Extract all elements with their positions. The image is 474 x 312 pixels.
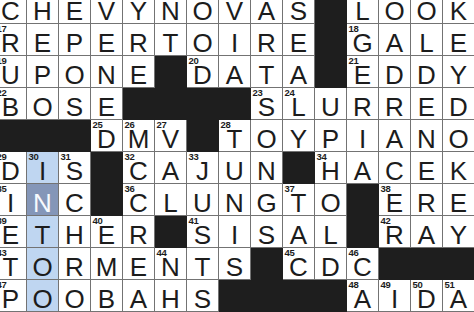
cell-letter: A — [219, 62, 250, 88]
cell-r5c8[interactable]: 28T — [219, 120, 251, 152]
cell-letter: R — [123, 222, 154, 248]
cell-r1c7[interactable]: O — [187, 0, 219, 24]
cell-r2c2[interactable]: E — [27, 24, 59, 56]
cell-letter: C — [59, 190, 90, 216]
cell-r9c1[interactable]: 43T — [0, 248, 27, 280]
black-cell-r4c6 — [155, 88, 187, 120]
cell-r10c14[interactable]: 50D — [411, 280, 443, 312]
clue-number-32: 32 — [125, 152, 135, 162]
cell-r2c8[interactable]: I — [219, 24, 251, 56]
cell-r5c5[interactable]: 26M — [123, 120, 155, 152]
cell-letter: O — [187, 30, 218, 56]
cell-letter: P — [0, 286, 26, 312]
cell-letter: S — [187, 286, 218, 312]
cell-r6c12[interactable]: A — [347, 152, 379, 184]
cell-letter: E — [91, 94, 122, 120]
cell-letter: R — [379, 94, 410, 120]
clue-number-35: 35 — [0, 184, 6, 194]
cell-letter: O — [27, 254, 58, 280]
cell-letter: L — [155, 190, 186, 216]
cell-r1c14[interactable]: O — [411, 0, 443, 24]
cell-r4c1[interactable]: 22B — [0, 88, 27, 120]
cell-r4c2[interactable]: O — [27, 88, 59, 120]
cell-r1c5[interactable]: Y — [123, 0, 155, 24]
cell-letter: R — [379, 222, 410, 248]
cell-letter: E — [283, 30, 314, 56]
cell-r8c5[interactable]: R — [123, 216, 155, 248]
cell-r7c3[interactable]: C — [59, 184, 91, 216]
clue-number-14: 14 — [0, 0, 6, 2]
cell-letter: R — [59, 254, 90, 280]
black-cell-r3c11 — [315, 56, 347, 88]
cell-letter: K — [443, 158, 474, 184]
cell-r8c3[interactable]: H — [59, 216, 91, 248]
cell-letter: C — [0, 0, 26, 24]
cell-r10c4[interactable]: B — [91, 280, 123, 312]
clue-number-37: 37 — [285, 184, 295, 194]
clue-number-23: 23 — [253, 88, 263, 98]
cell-letter: R — [347, 94, 378, 120]
cell-r5c13[interactable]: A — [379, 120, 411, 152]
cell-letter: N — [155, 0, 186, 24]
cell-letter: S — [283, 0, 314, 24]
cell-letter: E — [123, 254, 154, 280]
cell-r8c2[interactable]: T — [27, 216, 59, 248]
cell-letter: O — [251, 126, 282, 152]
cell-r7c7[interactable]: U — [187, 184, 219, 216]
clue-number-36: 36 — [125, 184, 135, 194]
cell-letter: L — [283, 94, 314, 120]
cell-r9c5[interactable]: E — [123, 248, 155, 280]
cell-letter: A — [379, 30, 410, 56]
cell-letter: N — [251, 158, 282, 184]
cell-r1c8[interactable]: V — [219, 0, 251, 24]
cell-letter: A — [379, 126, 410, 152]
cell-letter: J — [187, 158, 218, 184]
cell-r7c6[interactable]: L — [155, 184, 187, 216]
clue-number-15: 15 — [285, 0, 295, 2]
cell-r8c4[interactable]: 40E — [91, 216, 123, 248]
cell-r3c10[interactable]: A — [283, 56, 315, 88]
cell-letter: D — [411, 62, 442, 88]
cell-r1c13[interactable]: O — [379, 0, 411, 24]
black-cell-r4c8 — [219, 88, 251, 120]
clue-number-18: 18 — [349, 24, 359, 34]
cell-r4c14[interactable]: E — [411, 88, 443, 120]
cell-r6c14[interactable]: E — [411, 152, 443, 184]
cell-r9c12[interactable]: 46C — [347, 248, 379, 280]
cell-r10c6[interactable]: H — [155, 280, 187, 312]
clue-number-25: 25 — [93, 120, 103, 130]
cell-r3c9[interactable]: T — [251, 56, 283, 88]
cell-letter: E — [379, 190, 410, 216]
cell-letter: P — [27, 62, 58, 88]
clue-number-50: 50 — [413, 280, 423, 290]
cell-letter: K — [443, 0, 474, 24]
cell-r7c10[interactable]: 37T — [283, 184, 315, 216]
cell-letter: H — [27, 0, 58, 24]
clue-number-45: 45 — [285, 248, 295, 258]
cell-r7c14[interactable]: R — [411, 184, 443, 216]
cell-letter: D — [187, 62, 218, 88]
black-cell-r5c7 — [187, 120, 219, 152]
cell-r8c11[interactable]: L — [315, 216, 347, 248]
cell-r8c8[interactable]: I — [219, 216, 251, 248]
clue-number-24: 24 — [285, 88, 295, 98]
cell-r1c6[interactable]: N — [155, 0, 187, 24]
cell-letter: S — [251, 94, 282, 120]
cell-letter: G — [251, 190, 282, 216]
cell-letter: T — [27, 222, 58, 248]
cell-letter: D — [0, 158, 26, 184]
cell-r8c10[interactable]: A — [283, 216, 315, 248]
black-cell-r5c1 — [0, 120, 27, 152]
cell-letter: E — [443, 30, 474, 56]
cell-r4c9[interactable]: 23S — [251, 88, 283, 120]
cell-r5c11[interactable]: P — [315, 120, 347, 152]
cell-letter: A — [347, 158, 378, 184]
cell-r4c11[interactable]: U — [315, 88, 347, 120]
cell-r9c2[interactable]: O — [27, 248, 59, 280]
cell-letter: B — [0, 94, 26, 120]
cell-letter: A — [123, 286, 154, 312]
cell-r4c10[interactable]: 24L — [283, 88, 315, 120]
black-cell-r4c7 — [187, 88, 219, 120]
clue-number-29: 29 — [0, 152, 6, 162]
clue-number-47: 47 — [0, 280, 6, 290]
cell-r6c9[interactable]: N — [251, 152, 283, 184]
cell-r5c14[interactable]: N — [411, 120, 443, 152]
cell-r10c3[interactable]: O — [59, 280, 91, 312]
cell-r2c6[interactable]: T — [155, 24, 187, 56]
cell-r9c10[interactable]: 45C — [283, 248, 315, 280]
cell-r2c5[interactable]: R — [123, 24, 155, 56]
cell-letter: A — [347, 286, 378, 312]
clue-number-39: 39 — [0, 216, 6, 226]
cell-letter: R — [123, 30, 154, 56]
cell-letter: T — [0, 254, 26, 280]
clue-number-21: 21 — [349, 56, 359, 66]
clue-number-34: 34 — [317, 152, 327, 162]
cell-letter: E — [411, 158, 442, 184]
cell-r3c4[interactable]: N — [91, 56, 123, 88]
cell-letter: S — [59, 158, 90, 184]
cell-letter: S — [187, 222, 218, 248]
black-cell-r7c12 — [347, 184, 379, 216]
cell-r10c7[interactable]: S — [187, 280, 219, 312]
cell-r2c13[interactable]: A — [379, 24, 411, 56]
cell-letter: H — [315, 158, 346, 184]
cell-r2c3[interactable]: P — [59, 24, 91, 56]
cell-r6c6[interactable]: A — [155, 152, 187, 184]
cell-r3c15[interactable]: Y — [443, 56, 474, 88]
black-cell-r5c2 — [27, 120, 59, 152]
cell-r9c3[interactable]: R — [59, 248, 91, 280]
cell-letter: I — [27, 158, 58, 184]
cell-letter: Y — [443, 222, 474, 248]
cell-r2c15[interactable]: E — [443, 24, 474, 56]
cell-letter: D — [379, 62, 410, 88]
cell-letter: C — [347, 254, 378, 280]
cell-letter: P — [315, 126, 346, 152]
black-cell-r10c8 — [219, 280, 251, 312]
cell-r6c3[interactable]: 31S — [59, 152, 91, 184]
cell-r5c9[interactable]: O — [251, 120, 283, 152]
cell-letter: O — [59, 286, 90, 312]
clue-number-20: 20 — [189, 56, 199, 66]
cell-r1c12[interactable]: 16L — [347, 0, 379, 24]
cell-r8c9[interactable]: S — [251, 216, 283, 248]
cell-r2c4[interactable]: E — [91, 24, 123, 56]
clue-number-41: 41 — [189, 216, 199, 226]
cell-r4c15[interactable]: D — [443, 88, 474, 120]
cell-letter: P — [59, 30, 90, 56]
cell-letter: E — [91, 30, 122, 56]
cell-r9c4[interactable]: M — [91, 248, 123, 280]
cell-letter: T — [251, 62, 282, 88]
cell-letter: S — [219, 254, 250, 280]
cell-r4c4[interactable]: E — [91, 88, 123, 120]
cell-r3c5[interactable]: E — [123, 56, 155, 88]
cell-letter: E — [123, 62, 154, 88]
cell-letter: R — [411, 190, 442, 216]
cell-letter: A — [251, 0, 282, 24]
cell-letter: A — [283, 62, 314, 88]
cell-letter: E — [347, 62, 378, 88]
cell-letter: O — [27, 286, 58, 312]
cell-letter: H — [59, 222, 90, 248]
clue-number-44: 44 — [157, 248, 167, 258]
cell-r7c8[interactable]: N — [219, 184, 251, 216]
cell-letter: A — [411, 222, 442, 248]
black-cell-r9c13 — [379, 248, 411, 280]
clue-number-22: 22 — [0, 88, 6, 98]
clue-number-26: 26 — [125, 120, 135, 130]
cell-r5c4[interactable]: 25D — [91, 120, 123, 152]
cell-letter: T — [187, 254, 218, 280]
cell-letter: O — [187, 0, 218, 24]
cell-letter: O — [59, 62, 90, 88]
cell-r3c14[interactable]: D — [411, 56, 443, 88]
cell-r3c3[interactable]: O — [59, 56, 91, 88]
clue-number-16: 16 — [349, 0, 359, 2]
clue-number-43: 43 — [0, 248, 6, 258]
cell-letter: M — [91, 254, 122, 280]
cell-letter: N — [219, 190, 250, 216]
cell-letter: L — [411, 30, 442, 56]
cell-letter: D — [91, 126, 122, 152]
cell-letter: Y — [123, 0, 154, 24]
cell-letter: N — [155, 254, 186, 280]
cell-r3c7[interactable]: 20D — [187, 56, 219, 88]
clue-number-46: 46 — [349, 248, 359, 258]
black-cell-r10c9 — [251, 280, 283, 312]
black-cell-r4c5 — [123, 88, 155, 120]
clue-number-19: 19 — [0, 56, 6, 66]
cell-letter: N — [411, 126, 442, 152]
clue-number-38: 38 — [381, 184, 391, 194]
clue-number-48: 48 — [349, 280, 359, 290]
cell-letter: Y — [443, 62, 474, 88]
black-cell-r3c6 — [155, 56, 187, 88]
cell-letter: V — [219, 0, 250, 24]
cell-r8c1[interactable]: 39E — [0, 216, 27, 248]
cell-letter: D — [443, 94, 474, 120]
cell-letter: U — [315, 94, 346, 120]
cell-letter: C — [283, 254, 314, 280]
cell-letter: T — [283, 190, 314, 216]
cell-letter: I — [347, 126, 378, 152]
cell-r2c7[interactable]: O — [187, 24, 219, 56]
cell-letter: V — [91, 0, 122, 24]
cell-r7c5[interactable]: 36C — [123, 184, 155, 216]
cell-r6c5[interactable]: 32C — [123, 152, 155, 184]
cell-r5c12[interactable]: I — [347, 120, 379, 152]
black-cell-r10c11 — [315, 280, 347, 312]
cell-r2c9[interactable]: R — [251, 24, 283, 56]
cell-letter: S — [251, 222, 282, 248]
black-cell-r6c10 — [283, 152, 315, 184]
cell-r4c13[interactable]: R — [379, 88, 411, 120]
cell-r9c8[interactable]: S — [219, 248, 251, 280]
cell-r4c3[interactable]: S — [59, 88, 91, 120]
cell-letter: I — [379, 286, 410, 312]
clue-number-51: 51 — [445, 280, 455, 290]
cell-letter: L — [347, 0, 378, 24]
cell-r6c2[interactable]: 30I — [27, 152, 59, 184]
cell-letter: N — [91, 62, 122, 88]
cell-r1c15[interactable]: K — [443, 0, 474, 24]
cell-r7c2[interactable]: N — [27, 184, 59, 216]
clue-number-30: 30 — [29, 152, 39, 162]
cell-letter: R — [251, 30, 282, 56]
clue-number-28: 28 — [221, 120, 231, 130]
cell-letter: Y — [283, 126, 314, 152]
cell-r5c6[interactable]: 27V — [155, 120, 187, 152]
cell-r2c14[interactable]: L — [411, 24, 443, 56]
cell-r10c12[interactable]: 48A — [347, 280, 379, 312]
black-cell-r10c10 — [283, 280, 315, 312]
clue-number-33: 33 — [189, 152, 199, 162]
black-cell-r9c9 — [251, 248, 283, 280]
cell-r3c1[interactable]: 19U — [0, 56, 27, 88]
cell-r6c15[interactable]: K — [443, 152, 474, 184]
cell-r3c12[interactable]: 21E — [347, 56, 379, 88]
cell-r8c13[interactable]: 42R — [379, 216, 411, 248]
cell-letter: I — [0, 190, 26, 216]
cell-r1c10[interactable]: 15S — [283, 0, 315, 24]
cell-r1c1[interactable]: 14C — [0, 0, 27, 24]
cell-r1c3[interactable]: E — [59, 0, 91, 24]
cell-letter: E — [0, 222, 26, 248]
cell-letter: A — [443, 286, 474, 312]
cell-r8c7[interactable]: 41S — [187, 216, 219, 248]
cell-r4c12[interactable]: R — [347, 88, 379, 120]
cell-r2c12[interactable]: 18G — [347, 24, 379, 56]
cell-letter: U — [0, 62, 26, 88]
cell-r7c13[interactable]: 38E — [379, 184, 411, 216]
cell-letter: O — [411, 0, 442, 24]
cell-r6c1[interactable]: 29D — [0, 152, 27, 184]
black-cell-r5c3 — [59, 120, 91, 152]
clue-number-49: 49 — [381, 280, 391, 290]
cell-letter: S — [59, 94, 90, 120]
cell-r9c6[interactable]: 44N — [155, 248, 187, 280]
cell-r7c1[interactable]: 35I — [0, 184, 27, 216]
cell-r8c15[interactable]: Y — [443, 216, 474, 248]
cell-r10c5[interactable]: A — [123, 280, 155, 312]
cell-r6c13[interactable]: C — [379, 152, 411, 184]
cell-letter: D — [315, 254, 346, 280]
black-cell-r1c11 — [315, 0, 347, 24]
cell-r3c13[interactable]: D — [379, 56, 411, 88]
clue-number-17: 17 — [0, 24, 6, 34]
clue-number-31: 31 — [61, 152, 71, 162]
cell-letter: V — [155, 126, 186, 152]
cell-letter: E — [27, 30, 58, 56]
cell-r10c13[interactable]: 49I — [379, 280, 411, 312]
cell-letter: H — [155, 286, 186, 312]
cell-letter: C — [123, 190, 154, 216]
cell-letter: O — [443, 126, 474, 152]
cell-r6c7[interactable]: 33J — [187, 152, 219, 184]
cell-r7c9[interactable]: G — [251, 184, 283, 216]
cell-letter: E — [411, 94, 442, 120]
cell-r6c8[interactable]: U — [219, 152, 251, 184]
cell-letter: R — [0, 30, 26, 56]
cell-letter: C — [123, 158, 154, 184]
cell-letter: D — [411, 286, 442, 312]
cell-r9c7[interactable]: T — [187, 248, 219, 280]
cell-r5c10[interactable]: Y — [283, 120, 315, 152]
black-cell-r7c4 — [91, 184, 123, 216]
cell-r7c15[interactable]: E — [443, 184, 474, 216]
cell-r5c15[interactable]: O — [443, 120, 474, 152]
clue-number-42: 42 — [381, 216, 391, 226]
cell-letter: T — [219, 126, 250, 152]
black-cell-r9c14 — [411, 248, 443, 280]
cell-r9c11[interactable]: D — [315, 248, 347, 280]
crossword-grid: 14CHEVYNOVA15S16LOOK17REPERTOIRE18GALE19… — [0, 0, 474, 312]
cell-r2c10[interactable]: E — [283, 24, 315, 56]
cell-letter: E — [443, 190, 474, 216]
cell-letter: E — [59, 0, 90, 24]
cell-r1c4[interactable]: V — [91, 0, 123, 24]
crossword-viewport: 14CHEVYNOVA15S16LOOK17REPERTOIRE18GALE19… — [0, 0, 474, 312]
black-cell-r2c11 — [315, 24, 347, 56]
cell-r6c11[interactable]: 34H — [315, 152, 347, 184]
black-cell-r6c4 — [91, 152, 123, 184]
cell-r8c14[interactable]: A — [411, 216, 443, 248]
cell-letter: O — [27, 94, 58, 120]
black-cell-r8c12 — [347, 216, 379, 248]
cell-letter: C — [379, 158, 410, 184]
cell-r10c2[interactable]: O — [27, 280, 59, 312]
clue-number-40: 40 — [93, 216, 103, 226]
cell-r1c2[interactable]: H — [27, 0, 59, 24]
cell-r10c15[interactable]: 51A — [443, 280, 474, 312]
cell-r2c1[interactable]: 17R — [0, 24, 27, 56]
cell-letter: N — [27, 190, 58, 216]
cell-r3c8[interactable]: A — [219, 56, 251, 88]
cell-letter: I — [219, 30, 250, 56]
cell-r3c2[interactable]: P — [27, 56, 59, 88]
cell-r7c11[interactable]: O — [315, 184, 347, 216]
cell-r1c9[interactable]: A — [251, 0, 283, 24]
cell-r10c1[interactable]: 47P — [0, 280, 27, 312]
cell-letter: O — [379, 0, 410, 24]
cell-letter: M — [123, 126, 154, 152]
